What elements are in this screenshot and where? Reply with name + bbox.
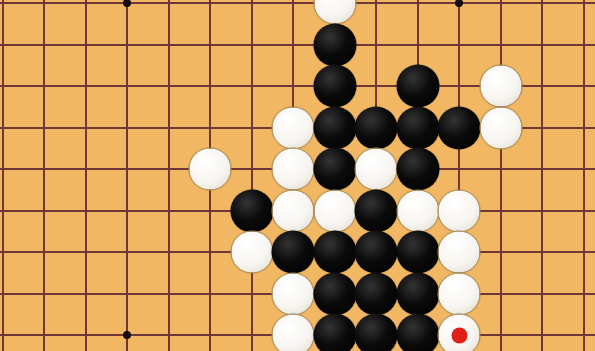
go-board[interactable] xyxy=(0,0,595,351)
white-stone xyxy=(189,148,232,191)
intersection[interactable] xyxy=(563,0,595,24)
intersection[interactable] xyxy=(231,314,273,351)
intersection[interactable] xyxy=(23,107,65,149)
intersection[interactable] xyxy=(272,0,314,24)
intersection[interactable] xyxy=(563,24,595,66)
black-stone xyxy=(272,231,315,274)
intersection[interactable] xyxy=(314,148,356,190)
intersection[interactable] xyxy=(272,190,314,232)
intersection[interactable] xyxy=(23,273,65,315)
intersection[interactable] xyxy=(148,148,190,190)
intersection[interactable] xyxy=(563,107,595,149)
black-stone xyxy=(396,65,439,108)
intersection[interactable] xyxy=(189,273,231,315)
intersection[interactable] xyxy=(355,148,397,190)
black-stone xyxy=(396,106,439,149)
intersection[interactable] xyxy=(397,314,439,351)
intersection[interactable] xyxy=(355,24,397,66)
black-stone xyxy=(313,23,356,66)
intersection[interactable] xyxy=(438,190,480,232)
intersection[interactable] xyxy=(397,273,439,315)
intersection[interactable] xyxy=(480,190,522,232)
intersection[interactable] xyxy=(65,24,107,66)
black-stone xyxy=(355,189,398,232)
intersection[interactable] xyxy=(0,314,23,351)
intersection[interactable] xyxy=(480,231,522,273)
star-point xyxy=(123,0,131,7)
white-stone xyxy=(272,272,315,315)
white-stone xyxy=(438,189,481,232)
intersection[interactable] xyxy=(521,314,563,351)
intersection[interactable] xyxy=(106,190,148,232)
black-stone xyxy=(396,231,439,274)
intersection[interactable] xyxy=(231,0,273,24)
intersection[interactable] xyxy=(23,190,65,232)
intersection[interactable] xyxy=(355,107,397,149)
intersection[interactable] xyxy=(23,314,65,351)
intersection[interactable] xyxy=(480,314,522,351)
black-stone xyxy=(313,314,356,351)
intersection[interactable] xyxy=(438,148,480,190)
intersection[interactable] xyxy=(314,24,356,66)
intersection[interactable] xyxy=(438,314,480,351)
intersection[interactable] xyxy=(355,190,397,232)
black-stone xyxy=(396,148,439,191)
white-stone xyxy=(313,0,356,25)
black-stone xyxy=(313,106,356,149)
intersection[interactable] xyxy=(106,65,148,107)
white-stone xyxy=(313,189,356,232)
intersection[interactable] xyxy=(480,0,522,24)
intersection[interactable] xyxy=(0,231,23,273)
intersection[interactable] xyxy=(148,0,190,24)
intersection[interactable] xyxy=(355,0,397,24)
intersection[interactable] xyxy=(148,273,190,315)
intersection[interactable] xyxy=(272,148,314,190)
intersection[interactable] xyxy=(65,148,107,190)
intersection[interactable] xyxy=(438,0,480,24)
white-stone xyxy=(438,272,481,315)
black-stone xyxy=(313,65,356,108)
intersection[interactable] xyxy=(314,190,356,232)
intersection[interactable] xyxy=(314,314,356,351)
white-stone xyxy=(230,231,273,274)
intersection[interactable] xyxy=(397,24,439,66)
intersection[interactable] xyxy=(65,190,107,232)
intersection[interactable] xyxy=(231,107,273,149)
intersection[interactable] xyxy=(563,148,595,190)
board-grid xyxy=(0,0,595,351)
intersection[interactable] xyxy=(480,65,522,107)
intersection[interactable] xyxy=(314,0,356,24)
intersection[interactable] xyxy=(189,148,231,190)
intersection[interactable] xyxy=(0,107,23,149)
black-stone xyxy=(313,148,356,191)
intersection[interactable] xyxy=(106,0,148,24)
intersection[interactable] xyxy=(272,107,314,149)
black-stone xyxy=(313,272,356,315)
black-stone xyxy=(355,314,398,351)
intersection[interactable] xyxy=(272,314,314,351)
intersection[interactable] xyxy=(397,0,439,24)
intersection[interactable] xyxy=(314,231,356,273)
intersection[interactable] xyxy=(521,0,563,24)
intersection[interactable] xyxy=(148,314,190,351)
intersection[interactable] xyxy=(106,107,148,149)
intersection[interactable] xyxy=(189,190,231,232)
intersection[interactable] xyxy=(231,24,273,66)
white-stone xyxy=(272,189,315,232)
intersection[interactable] xyxy=(148,24,190,66)
intersection[interactable] xyxy=(23,24,65,66)
black-stone xyxy=(230,189,273,232)
intersection[interactable] xyxy=(65,107,107,149)
intersection[interactable] xyxy=(521,190,563,232)
intersection[interactable] xyxy=(231,273,273,315)
intersection[interactable] xyxy=(480,107,522,149)
intersection[interactable] xyxy=(521,65,563,107)
intersection[interactable] xyxy=(106,231,148,273)
white-stone xyxy=(272,106,315,149)
intersection[interactable] xyxy=(65,314,107,351)
star-point xyxy=(455,0,463,7)
intersection[interactable] xyxy=(189,107,231,149)
intersection[interactable] xyxy=(397,148,439,190)
intersection[interactable] xyxy=(148,190,190,232)
black-stone xyxy=(396,272,439,315)
intersection[interactable] xyxy=(355,65,397,107)
intersection[interactable] xyxy=(272,231,314,273)
intersection[interactable] xyxy=(480,24,522,66)
intersection[interactable] xyxy=(397,190,439,232)
intersection[interactable] xyxy=(397,65,439,107)
white-stone xyxy=(479,65,522,108)
intersection[interactable] xyxy=(0,65,23,107)
intersection[interactable] xyxy=(0,24,23,66)
intersection[interactable] xyxy=(0,148,23,190)
intersection[interactable] xyxy=(189,65,231,107)
intersection[interactable] xyxy=(355,314,397,351)
intersection[interactable] xyxy=(438,65,480,107)
intersection[interactable] xyxy=(231,231,273,273)
intersection[interactable] xyxy=(521,24,563,66)
intersection[interactable] xyxy=(23,65,65,107)
intersection[interactable] xyxy=(0,273,23,315)
intersection[interactable] xyxy=(438,231,480,273)
intersection[interactable] xyxy=(65,0,107,24)
last-move-marker xyxy=(451,327,467,343)
intersection[interactable] xyxy=(355,231,397,273)
intersection[interactable] xyxy=(231,65,273,107)
black-stone xyxy=(355,106,398,149)
intersection[interactable] xyxy=(148,107,190,149)
intersection[interactable] xyxy=(272,273,314,315)
white-stone xyxy=(272,148,315,191)
intersection[interactable] xyxy=(23,0,65,24)
intersection[interactable] xyxy=(438,24,480,66)
intersection[interactable] xyxy=(231,190,273,232)
intersection[interactable] xyxy=(397,107,439,149)
intersection[interactable] xyxy=(272,65,314,107)
intersection[interactable] xyxy=(521,148,563,190)
intersection[interactable] xyxy=(521,273,563,315)
intersection[interactable] xyxy=(521,107,563,149)
intersection[interactable] xyxy=(65,65,107,107)
intersection[interactable] xyxy=(314,65,356,107)
intersection[interactable] xyxy=(65,273,107,315)
intersection[interactable] xyxy=(106,273,148,315)
intersection[interactable] xyxy=(563,231,595,273)
white-stone xyxy=(438,231,481,274)
black-stone xyxy=(438,106,481,149)
intersection[interactable] xyxy=(314,273,356,315)
intersection[interactable] xyxy=(563,273,595,315)
intersection[interactable] xyxy=(0,190,23,232)
black-stone xyxy=(396,314,439,351)
intersection[interactable] xyxy=(148,65,190,107)
intersection[interactable] xyxy=(231,148,273,190)
intersection[interactable] xyxy=(106,148,148,190)
intersection[interactable] xyxy=(189,0,231,24)
intersection[interactable] xyxy=(438,107,480,149)
intersection[interactable] xyxy=(189,231,231,273)
intersection[interactable] xyxy=(563,190,595,232)
intersection[interactable] xyxy=(23,148,65,190)
intersection[interactable] xyxy=(65,231,107,273)
intersection[interactable] xyxy=(397,231,439,273)
intersection[interactable] xyxy=(480,273,522,315)
white-stone xyxy=(438,314,481,351)
intersection[interactable] xyxy=(355,273,397,315)
intersection[interactable] xyxy=(0,0,23,24)
intersection[interactable] xyxy=(314,107,356,149)
intersection[interactable] xyxy=(106,314,148,351)
intersection[interactable] xyxy=(189,314,231,351)
white-stone xyxy=(479,106,522,149)
intersection[interactable] xyxy=(521,231,563,273)
intersection[interactable] xyxy=(563,65,595,107)
black-stone xyxy=(355,231,398,274)
white-stone xyxy=(272,314,315,351)
black-stone xyxy=(313,231,356,274)
star-point xyxy=(123,331,131,339)
intersection[interactable] xyxy=(438,273,480,315)
intersection[interactable] xyxy=(189,24,231,66)
intersection[interactable] xyxy=(563,314,595,351)
white-stone xyxy=(396,189,439,232)
intersection[interactable] xyxy=(23,231,65,273)
intersection[interactable] xyxy=(480,148,522,190)
intersection[interactable] xyxy=(106,24,148,66)
white-stone xyxy=(355,148,398,191)
intersection[interactable] xyxy=(272,24,314,66)
black-stone xyxy=(355,272,398,315)
intersection[interactable] xyxy=(148,231,190,273)
